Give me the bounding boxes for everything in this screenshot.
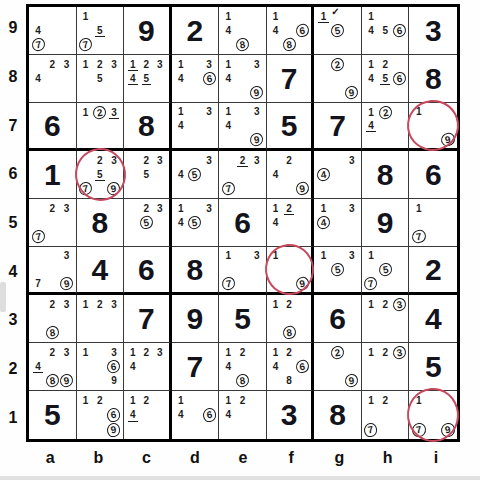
candidate-7-ink-circled: 7 xyxy=(221,276,236,291)
candidate-3: 3 xyxy=(250,249,264,263)
cell-c8[interactable]: 12345 xyxy=(124,55,172,103)
row-label-7: 7 xyxy=(0,101,26,150)
candidate-1: 1 xyxy=(174,57,188,71)
cell-f8[interactable]: 7 xyxy=(267,55,315,103)
candidate-7-ink-circled: 7 xyxy=(411,229,426,244)
col-label-g: g xyxy=(315,442,363,474)
cell-a4[interactable]: 379 xyxy=(29,247,77,295)
pencil-grid: 345 xyxy=(174,153,217,196)
solved-digit: 2 xyxy=(409,247,457,292)
pencil-grid: 1456 xyxy=(364,9,407,52)
pencil-grid: 124 xyxy=(364,105,407,146)
candidate-2: 2 xyxy=(378,297,392,311)
solved-digit: 3 xyxy=(267,391,312,439)
candidate-2: 2 xyxy=(45,345,59,359)
cell-e7[interactable]: 1349 xyxy=(219,103,267,151)
candidate-4: 4 xyxy=(221,359,235,373)
cell-c9[interactable]: 9 xyxy=(124,7,172,55)
pencil-grid: 29 xyxy=(316,345,359,388)
candidate-2: 2 xyxy=(235,345,249,359)
cell-g4[interactable]: 135 xyxy=(314,247,362,295)
candidate-2: 2 xyxy=(378,57,392,71)
candidate-8-ink-circled: 8 xyxy=(282,37,296,52)
solved-digit: 9 xyxy=(362,199,409,246)
candidate-3: 3 xyxy=(107,57,121,71)
pencil-grid: 23579 xyxy=(79,153,122,196)
candidate-1: 1 xyxy=(269,249,283,263)
candidate-4: 4 xyxy=(126,408,140,423)
candidate-6-ink-circled: 6 xyxy=(392,71,407,86)
candidate-1: 1 xyxy=(364,393,378,408)
candidate-5-ink-circled: 5 xyxy=(187,167,202,182)
cell-h1[interactable]: 127 xyxy=(362,391,410,439)
candidate-5-ink-circled: 5 xyxy=(330,262,345,277)
cell-b8[interactable]: 1235 xyxy=(77,55,125,103)
candidate-5: 5 xyxy=(93,23,107,37)
cell-e1[interactable]: 124 xyxy=(219,391,267,439)
cell-b4[interactable]: 4 xyxy=(77,247,125,295)
cell-c3[interactable]: 7 xyxy=(124,295,172,343)
solved-digit: 5 xyxy=(219,295,266,342)
candidate-5: 5 xyxy=(378,23,392,37)
pencil-grid: 123 xyxy=(364,297,407,340)
candidate-4: 4 xyxy=(174,215,188,229)
cell-f7[interactable]: 5 xyxy=(267,103,315,151)
candidate-9-ink-circled: 9 xyxy=(106,422,121,438)
candidate-7-ink-circled: 7 xyxy=(363,422,378,438)
col-label-e: e xyxy=(219,442,267,474)
candidate-2: 2 xyxy=(93,153,107,167)
pencil-grid: 29 xyxy=(316,57,359,100)
pencil-grid: 34 xyxy=(316,153,359,196)
candidate-3: 3 xyxy=(59,57,73,71)
candidate-4: 4 xyxy=(174,119,188,133)
cell-i2[interactable]: 5 xyxy=(409,343,457,391)
pencil-grid: 234 xyxy=(31,57,74,100)
candidate-9-ink-circled: 9 xyxy=(440,132,455,147)
candidate-7-ink-circled: 7 xyxy=(31,37,46,52)
candidate-3: 3 xyxy=(202,57,216,71)
candidate-3: 3 xyxy=(153,153,167,167)
pencil-grid: 235 xyxy=(126,153,167,196)
cell-c6[interactable]: 235 xyxy=(124,151,172,199)
pencil-grid: 249 xyxy=(269,153,310,196)
cell-a2[interactable]: 23489 xyxy=(29,343,77,391)
solved-digit: 8 xyxy=(314,391,361,439)
candidate-2: 2 xyxy=(93,297,107,311)
cell-b6[interactable]: 23579 xyxy=(77,151,125,199)
cell-b1[interactable]: 1269 xyxy=(77,391,125,439)
solved-digit: 6 xyxy=(409,151,457,198)
cell-f9[interactable]: 1468 xyxy=(267,7,315,55)
col-label-d: d xyxy=(171,442,219,474)
candidate-4: 4 xyxy=(31,71,45,85)
candidate-3: 3 xyxy=(153,201,167,215)
column-labels: abcdefghi xyxy=(26,442,460,474)
cell-f6[interactable]: 249 xyxy=(267,151,315,199)
candidate-3: 3 xyxy=(59,345,73,359)
candidate-3: 3 xyxy=(202,105,216,119)
candidate-3: 3 xyxy=(345,249,359,263)
cell-c7[interactable]: 8 xyxy=(124,103,172,151)
candidate-2: 2 xyxy=(140,201,154,215)
candidate-5-ink-circled: 5 xyxy=(378,262,393,277)
candidate-1: 1 xyxy=(221,249,235,263)
pencil-grid: 23489 xyxy=(31,345,74,388)
candidate-4: 4 xyxy=(364,23,378,37)
candidate-6-ink-circled: 6 xyxy=(295,23,309,38)
candidate-4-ink-circled: 4 xyxy=(316,215,331,230)
candidate-3-ink-circled: 3 xyxy=(392,297,407,312)
candidate-1: 1 xyxy=(316,9,330,23)
candidate-1: 1 xyxy=(269,201,283,215)
col-label-f: f xyxy=(267,442,315,474)
cell-a3[interactable]: 238 xyxy=(29,295,77,343)
pencil-grid: 123 xyxy=(364,345,407,388)
cell-g8[interactable]: 29 xyxy=(314,55,362,103)
candidate-3: 3 xyxy=(250,105,264,119)
cell-e9[interactable]: 148 xyxy=(219,7,267,55)
cell-b2[interactable]: 1369 xyxy=(77,343,125,391)
candidate-3: 3 xyxy=(153,345,167,359)
candidate-1: 1 xyxy=(364,105,378,119)
candidate-5: 5 xyxy=(140,71,154,85)
cell-i5[interactable]: 17 xyxy=(409,199,457,247)
pencil-grid: 135 xyxy=(316,249,359,290)
candidate-9: 9 xyxy=(107,374,121,388)
cell-d9[interactable]: 2 xyxy=(172,7,220,55)
pencil-grid: 134 xyxy=(174,105,217,146)
pencil-grid: 124 xyxy=(221,393,264,437)
cell-b5[interactable]: 8 xyxy=(77,199,125,247)
candidate-7-ink-circled: 7 xyxy=(78,181,93,196)
cell-g6[interactable]: 34 xyxy=(314,151,362,199)
row-label-5: 5 xyxy=(0,199,26,248)
pencil-grid: 123 xyxy=(79,105,122,146)
candidate-2-ink-circled: 2 xyxy=(378,105,393,120)
scan-artifact xyxy=(0,476,480,480)
candidate-7: 7 xyxy=(31,276,45,290)
solved-digit: 6 xyxy=(29,103,76,148)
solved-digit: 8 xyxy=(124,103,169,148)
row-label-1: 1 xyxy=(0,393,26,442)
candidate-3: 3 xyxy=(59,249,73,263)
candidate-2: 2 xyxy=(282,153,296,167)
candidate-5-ink-circled: 5 xyxy=(187,215,202,230)
cell-h9[interactable]: 1456 xyxy=(362,7,410,55)
sudoku-board: 4715792148146815✓14563234123512345134613… xyxy=(26,4,460,442)
cell-i6[interactable]: 6 xyxy=(409,151,457,199)
cell-d1[interactable]: 146 xyxy=(172,391,220,439)
pencil-grid: 134 xyxy=(316,201,359,244)
cell-g5[interactable]: 134 xyxy=(314,199,362,247)
cell-e8[interactable]: 1349 xyxy=(219,55,267,103)
col-label-b: b xyxy=(74,442,122,474)
candidate-1: 1 xyxy=(364,9,378,23)
candidate-7-ink-circled: 7 xyxy=(411,422,426,438)
cell-g9[interactable]: 15✓ xyxy=(314,7,362,55)
cell-i8[interactable]: 8 xyxy=(409,55,457,103)
candidate-1: 1 xyxy=(126,57,140,71)
candidate-2: 2 xyxy=(93,393,107,408)
cell-h8[interactable]: 12456 xyxy=(362,55,410,103)
candidate-2: 2 xyxy=(45,57,59,71)
cell-h7[interactable]: 124 xyxy=(362,103,410,151)
candidate-3: 3 xyxy=(345,153,359,167)
solved-digit: 7 xyxy=(124,295,169,342)
row-label-6: 6 xyxy=(0,150,26,199)
cell-i9[interactable]: 3 xyxy=(409,7,457,55)
candidate-3: 3 xyxy=(250,153,264,167)
candidate-4: 4 xyxy=(31,23,45,37)
col-label-c: c xyxy=(122,442,170,474)
cell-g2[interactable]: 29 xyxy=(314,343,362,391)
candidate-2-ink-circled: 2 xyxy=(92,105,107,120)
candidate-6-ink-circled: 6 xyxy=(106,407,121,423)
candidate-1: 1 xyxy=(174,201,188,215)
cell-a6[interactable]: 1 xyxy=(29,151,77,199)
candidate-4: 4 xyxy=(269,23,283,37)
candidate-1: 1 xyxy=(79,105,93,119)
candidate-1: 1 xyxy=(364,297,378,311)
cell-e6[interactable]: 237 xyxy=(219,151,267,199)
candidate-8-ink-circled: 8 xyxy=(235,373,250,388)
cell-h2[interactable]: 123 xyxy=(362,343,410,391)
pencil-grid: 19 xyxy=(269,249,310,290)
row-label-9: 9 xyxy=(0,4,26,53)
candidate-6-ink-circled: 6 xyxy=(295,359,309,374)
solved-digit: 4 xyxy=(77,247,124,292)
candidate-4: 4 xyxy=(221,71,235,85)
candidate-7-ink-circled: 7 xyxy=(31,229,46,244)
cell-f5[interactable]: 124 xyxy=(267,199,315,247)
cell-d8[interactable]: 1346 xyxy=(172,55,220,103)
candidate-1: 1 xyxy=(221,57,235,71)
cell-h6[interactable]: 8 xyxy=(362,151,410,199)
cell-i1[interactable]: 179 xyxy=(409,391,457,439)
candidate-9-ink-circled: 9 xyxy=(344,373,359,388)
candidate-1: 1 xyxy=(269,297,283,311)
pencil-grid: 12468 xyxy=(269,345,310,388)
solved-digit: 6 xyxy=(124,247,169,292)
cell-a1[interactable]: 5 xyxy=(29,391,77,439)
candidate-2-ink-circled: 2 xyxy=(330,345,345,360)
candidate-9-ink-circled: 9 xyxy=(440,422,455,438)
candidate-8-ink-circled: 8 xyxy=(45,373,60,388)
cell-f4[interactable]: 19 xyxy=(267,247,315,295)
pencil-grid: 12345 xyxy=(126,57,167,100)
cell-c2[interactable]: 1234 xyxy=(124,343,172,391)
row-label-2: 2 xyxy=(0,345,26,394)
col-label-h: h xyxy=(364,442,412,474)
pencil-grid: 1345 xyxy=(174,201,217,244)
candidate-4: 4 xyxy=(269,359,283,373)
pencil-grid: 237 xyxy=(31,201,74,244)
candidate-1: 1 xyxy=(411,201,426,215)
candidate-3: 3 xyxy=(107,297,121,311)
solved-digit: 5 xyxy=(29,391,76,439)
candidate-4: 4 xyxy=(269,215,283,229)
cell-g7[interactable]: 7 xyxy=(314,103,362,151)
candidate-1: 1 xyxy=(411,393,426,408)
row-label-8: 8 xyxy=(0,53,26,102)
pencil-grid: 17 xyxy=(411,201,455,244)
candidate-1: 1 xyxy=(269,9,283,23)
cell-f1[interactable]: 3 xyxy=(267,391,315,439)
candidate-4: 4 xyxy=(126,359,140,373)
candidate-3: 3 xyxy=(107,153,121,167)
cell-h4[interactable]: 157 xyxy=(362,247,410,295)
solved-digit: 8 xyxy=(77,199,124,246)
candidate-1: 1 xyxy=(79,57,93,71)
candidate-2-ink-circled: 2 xyxy=(330,57,345,72)
cell-c1[interactable]: 124 xyxy=(124,391,172,439)
candidate-4: 4 xyxy=(126,71,140,85)
cell-d2[interactable]: 7 xyxy=(172,343,220,391)
candidate-2: 2 xyxy=(282,345,296,359)
candidate-4: 4 xyxy=(174,167,188,181)
candidate-3: 3 xyxy=(202,201,216,215)
candidate-2: 2 xyxy=(45,297,59,311)
cell-b9[interactable]: 157 xyxy=(77,7,125,55)
col-label-i: i xyxy=(412,442,460,474)
candidate-3: 3 xyxy=(250,57,264,71)
candidate-6-ink-circled: 6 xyxy=(202,407,217,423)
cell-a9[interactable]: 47 xyxy=(29,7,77,55)
cell-i4[interactable]: 2 xyxy=(409,247,457,295)
candidate-2: 2 xyxy=(235,393,249,408)
candidate-1: 1 xyxy=(221,393,235,408)
solved-digit: 8 xyxy=(172,247,219,292)
pencil-grid: 128 xyxy=(269,297,310,340)
pencil-grid: 127 xyxy=(364,393,407,437)
candidate-6-ink-circled: 6 xyxy=(106,359,121,374)
candidate-1: 1 xyxy=(79,9,93,23)
solved-digit: 3 xyxy=(409,7,457,54)
candidate-4: 4 xyxy=(31,359,45,373)
candidate-2: 2 xyxy=(282,201,296,215)
cell-g1[interactable]: 8 xyxy=(314,391,362,439)
candidate-4: 4 xyxy=(269,167,283,181)
candidate-2: 2 xyxy=(93,57,107,71)
cell-g3[interactable]: 6 xyxy=(314,295,362,343)
candidate-1: 1 xyxy=(316,201,330,215)
candidate-4: 4 xyxy=(221,408,235,423)
candidate-1: 1 xyxy=(221,9,235,23)
cell-a5[interactable]: 237 xyxy=(29,199,77,247)
pencil-grid: 179 xyxy=(411,393,455,437)
candidate-7-ink-circled: 7 xyxy=(363,276,378,291)
cell-f2[interactable]: 12468 xyxy=(267,343,315,391)
cell-i3[interactable]: 4 xyxy=(409,295,457,343)
pencil-grid: 1349 xyxy=(221,105,264,146)
pencil-grid: 146 xyxy=(174,393,217,437)
checkmark-icon: ✓ xyxy=(331,6,339,17)
pencil-grid: 237 xyxy=(221,153,264,196)
candidate-4: 4 xyxy=(221,119,235,133)
cell-e3[interactable]: 5 xyxy=(219,295,267,343)
candidate-1: 1 xyxy=(364,57,378,71)
candidate-3: 3 xyxy=(345,201,359,215)
pencil-grid: 1248 xyxy=(221,345,264,388)
candidate-3: 3 xyxy=(153,57,167,71)
candidate-1: 1 xyxy=(316,249,330,263)
cell-i7[interactable]: 19 xyxy=(409,103,457,151)
pencil-grid: 1234 xyxy=(126,345,167,388)
candidate-2: 2 xyxy=(140,345,154,359)
solved-digit: 4 xyxy=(409,295,457,342)
candidate-1: 1 xyxy=(221,105,235,119)
cell-a7[interactable]: 6 xyxy=(29,103,77,151)
candidate-8-ink-circled: 8 xyxy=(235,37,250,52)
cell-d5[interactable]: 1345 xyxy=(172,199,220,247)
cell-b3[interactable]: 123 xyxy=(77,295,125,343)
candidate-1: 1 xyxy=(126,393,140,408)
cell-d7[interactable]: 134 xyxy=(172,103,220,151)
cell-h3[interactable]: 123 xyxy=(362,295,410,343)
cell-h5[interactable]: 9 xyxy=(362,199,410,247)
candidate-9-ink-circled: 9 xyxy=(249,85,264,100)
pencil-grid: 1369 xyxy=(79,345,122,388)
candidate-1: 1 xyxy=(79,345,93,359)
candidate-3: 3 xyxy=(59,297,73,311)
cell-e2[interactable]: 1248 xyxy=(219,343,267,391)
candidate-7-ink-circled: 7 xyxy=(78,37,93,52)
pencil-grid: 137 xyxy=(221,249,264,290)
cell-c5[interactable]: 235 xyxy=(124,199,172,247)
candidate-1: 1 xyxy=(411,105,426,119)
candidate-4: 4 xyxy=(364,119,378,133)
pencil-grid: 1468 xyxy=(269,9,310,52)
pencil-grid: 1349 xyxy=(221,57,264,100)
candidate-1: 1 xyxy=(174,105,188,119)
candidate-2: 2 xyxy=(282,297,296,311)
candidate-2: 2 xyxy=(235,153,249,167)
candidate-5: 5 xyxy=(140,167,154,181)
candidate-6-ink-circled: 6 xyxy=(392,23,407,38)
pencil-grid: 124 xyxy=(269,201,310,244)
cell-b7[interactable]: 123 xyxy=(77,103,125,151)
candidate-8-ink-circled: 8 xyxy=(282,325,296,340)
cell-d3[interactable]: 9 xyxy=(172,295,220,343)
candidate-5-ink-circled: 5 xyxy=(330,23,345,38)
solved-digit: 8 xyxy=(362,151,409,198)
candidate-1: 1 xyxy=(79,393,93,408)
solved-digit: 7 xyxy=(314,103,361,148)
solved-digit: 5 xyxy=(267,103,312,148)
pencil-grid: 157 xyxy=(364,249,407,290)
cell-f3[interactable]: 128 xyxy=(267,295,315,343)
solved-digit: 9 xyxy=(124,7,169,54)
pencil-grid: 124 xyxy=(126,393,167,437)
candidate-3: 3 xyxy=(202,153,216,167)
candidate-5-ink-circled: 5 xyxy=(139,215,153,230)
candidate-2: 2 xyxy=(140,153,154,167)
cell-d4[interactable]: 8 xyxy=(172,247,220,295)
cell-e5[interactable]: 6 xyxy=(219,199,267,247)
candidate-1: 1 xyxy=(79,297,93,311)
solved-digit: 7 xyxy=(267,55,312,102)
cell-e4[interactable]: 137 xyxy=(219,247,267,295)
candidate-9-ink-circled: 9 xyxy=(59,276,74,291)
candidate-9-ink-circled: 9 xyxy=(295,276,309,291)
pencil-grid: 12456 xyxy=(364,57,407,100)
cell-a8[interactable]: 234 xyxy=(29,55,77,103)
pencil-grid: 47 xyxy=(31,9,74,52)
pencil-grid: 157 xyxy=(79,9,122,52)
cell-d6[interactable]: 345 xyxy=(172,151,220,199)
cell-c4[interactable]: 6 xyxy=(124,247,172,295)
